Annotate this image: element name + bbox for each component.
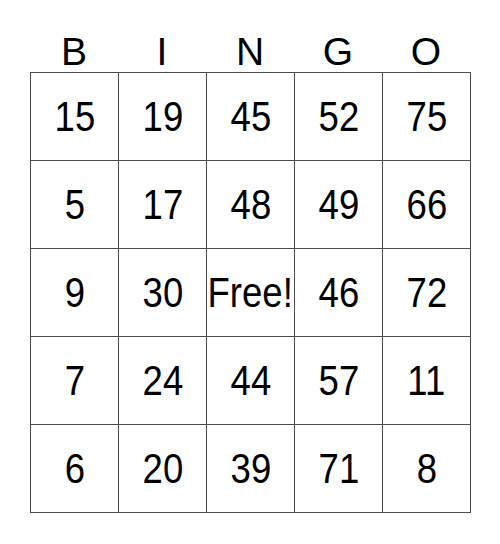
cell-value: 11 (408, 359, 446, 402)
cell-r2c0[interactable]: 9 (31, 249, 119, 337)
cell-value: 8 (416, 447, 436, 490)
cell-value: 52 (318, 95, 359, 138)
cell-r4c0[interactable]: 6 (31, 425, 119, 513)
header-letter-o: O (382, 32, 470, 72)
cell-value: 7 (64, 359, 84, 402)
cell-value: 19 (142, 95, 183, 138)
cell-value: 6 (64, 447, 84, 490)
cell-value: 39 (230, 447, 271, 490)
cell-r1c0[interactable]: 5 (31, 161, 119, 249)
cell-value: 15 (54, 95, 95, 138)
bingo-card: B I N G O 15 19 45 52 75 5 17 48 49 66 9… (30, 0, 471, 513)
cell-r3c4[interactable]: 11 (383, 337, 471, 425)
cell-r4c3[interactable]: 71 (295, 425, 383, 513)
cell-r2c3[interactable]: 46 (295, 249, 383, 337)
cell-value: 17 (142, 183, 183, 226)
cell-r3c3[interactable]: 57 (295, 337, 383, 425)
cell-value: 44 (230, 359, 271, 402)
cell-value: 20 (142, 447, 183, 490)
cell-r1c3[interactable]: 49 (295, 161, 383, 249)
cell-r2c4[interactable]: 72 (383, 249, 471, 337)
cell-r4c2[interactable]: 39 (207, 425, 295, 513)
cell-r0c1[interactable]: 19 (119, 73, 207, 161)
cell-value: 48 (230, 183, 271, 226)
cell-r0c0[interactable]: 15 (31, 73, 119, 161)
cell-value: 66 (406, 183, 447, 226)
cell-value: 45 (230, 95, 271, 138)
cell-value: 72 (406, 271, 447, 314)
cell-value: 5 (64, 183, 84, 226)
cell-value: 24 (142, 359, 183, 402)
cell-r3c0[interactable]: 7 (31, 337, 119, 425)
header-letter-g: G (294, 32, 382, 72)
cell-r2c2-free[interactable]: Free! (207, 249, 295, 337)
cell-r3c2[interactable]: 44 (207, 337, 295, 425)
cell-r0c3[interactable]: 52 (295, 73, 383, 161)
header-letter-b: B (30, 32, 118, 72)
cell-value: 46 (318, 271, 359, 314)
cell-r0c2[interactable]: 45 (207, 73, 295, 161)
cell-value: 71 (318, 447, 359, 490)
header-letter-i: I (118, 32, 206, 72)
cell-r1c2[interactable]: 48 (207, 161, 295, 249)
cell-r4c1[interactable]: 20 (119, 425, 207, 513)
header-letter-n: N (206, 32, 294, 72)
cell-value: 49 (318, 183, 359, 226)
cell-value: 75 (406, 95, 447, 138)
cell-value: 9 (64, 271, 84, 314)
cell-r1c1[interactable]: 17 (119, 161, 207, 249)
cell-r3c1[interactable]: 24 (119, 337, 207, 425)
cell-r0c4[interactable]: 75 (383, 73, 471, 161)
cell-value: 30 (142, 271, 183, 314)
cell-r2c1[interactable]: 30 (119, 249, 207, 337)
cell-r1c4[interactable]: 66 (383, 161, 471, 249)
free-cell-label: Free! (208, 271, 293, 314)
cell-r4c4[interactable]: 8 (383, 425, 471, 513)
bingo-header: B I N G O (30, 0, 471, 72)
bingo-board: 15 19 45 52 75 5 17 48 49 66 9 30 Free! … (30, 72, 471, 513)
cell-value: 57 (318, 359, 359, 402)
